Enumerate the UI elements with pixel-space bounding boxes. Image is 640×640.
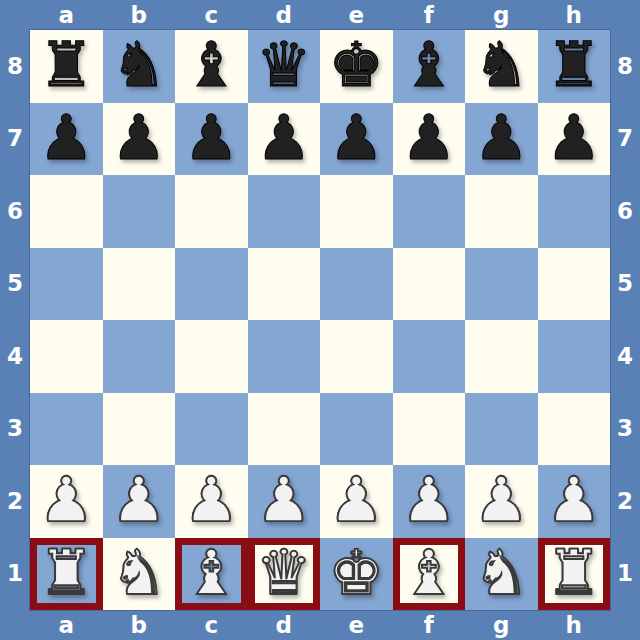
file-label-b: b [103, 610, 176, 640]
square-f6[interactable] [393, 175, 466, 248]
square-c8[interactable]: ♝ [175, 30, 248, 103]
white-knight[interactable]: ♞ [111, 542, 167, 604]
square-d4[interactable] [248, 320, 321, 393]
square-e8[interactable]: ♚ [320, 30, 393, 103]
file-label-c: c [175, 0, 248, 30]
square-c7[interactable]: ♟ [175, 103, 248, 176]
white-pawn[interactable]: ♟ [328, 469, 384, 531]
square-h6[interactable] [538, 175, 611, 248]
file-labels-bottom: abcdefgh [30, 610, 610, 640]
black-pawn[interactable]: ♟ [546, 107, 602, 169]
rank-label-5: 5 [610, 248, 640, 321]
square-d1[interactable]: ♛ [248, 538, 321, 611]
square-a3[interactable] [30, 393, 103, 466]
square-b6[interactable] [103, 175, 176, 248]
square-g3[interactable] [465, 393, 538, 466]
rank-label-2: 2 [0, 465, 30, 538]
white-pawn[interactable]: ♟ [183, 469, 239, 531]
square-f1[interactable]: ♝ [393, 538, 466, 611]
rank-label-2: 2 [610, 465, 640, 538]
rank-label-3: 3 [0, 393, 30, 466]
chessboard-frame: abcdefgh 87654321 87654321 abcdefgh ♜♞♝♛… [0, 0, 640, 640]
black-knight[interactable]: ♞ [111, 34, 167, 96]
square-a2[interactable]: ♟ [30, 465, 103, 538]
black-pawn[interactable]: ♟ [38, 107, 94, 169]
square-h7[interactable]: ♟ [538, 103, 611, 176]
white-bishop[interactable]: ♝ [401, 542, 457, 604]
square-b2[interactable]: ♟ [103, 465, 176, 538]
square-g6[interactable] [465, 175, 538, 248]
square-b4[interactable] [103, 320, 176, 393]
rank-labels-left: 87654321 [0, 30, 30, 610]
square-b1[interactable]: ♞ [103, 538, 176, 611]
rank-label-8: 8 [610, 30, 640, 103]
square-h5[interactable] [538, 248, 611, 321]
square-d8[interactable]: ♛ [248, 30, 321, 103]
rank-label-7: 7 [610, 103, 640, 176]
file-label-a: a [30, 610, 103, 640]
square-h4[interactable] [538, 320, 611, 393]
black-pawn[interactable]: ♟ [183, 107, 239, 169]
white-knight[interactable]: ♞ [473, 542, 529, 604]
square-h3[interactable] [538, 393, 611, 466]
square-g2[interactable]: ♟ [465, 465, 538, 538]
square-b8[interactable]: ♞ [103, 30, 176, 103]
file-label-d: d [248, 0, 321, 30]
square-e4[interactable] [320, 320, 393, 393]
square-a4[interactable] [30, 320, 103, 393]
square-f8[interactable]: ♝ [393, 30, 466, 103]
square-g1[interactable]: ♞ [465, 538, 538, 611]
rank-label-8: 8 [0, 30, 30, 103]
file-label-a: a [30, 0, 103, 30]
black-bishop[interactable]: ♝ [401, 34, 457, 96]
square-c3[interactable] [175, 393, 248, 466]
white-pawn[interactable]: ♟ [38, 469, 94, 531]
square-f5[interactable] [393, 248, 466, 321]
square-f7[interactable]: ♟ [393, 103, 466, 176]
file-label-h: h [538, 0, 611, 30]
white-pawn[interactable]: ♟ [256, 469, 312, 531]
black-king[interactable]: ♚ [328, 34, 384, 96]
black-queen[interactable]: ♛ [256, 34, 312, 96]
square-e1[interactable]: ♚ [320, 538, 393, 611]
square-c1[interactable]: ♝ [175, 538, 248, 611]
square-f3[interactable] [393, 393, 466, 466]
file-label-d: d [248, 610, 321, 640]
square-a8[interactable]: ♜ [30, 30, 103, 103]
rank-label-1: 1 [610, 538, 640, 611]
rank-label-1: 1 [0, 538, 30, 611]
black-knight[interactable]: ♞ [473, 34, 529, 96]
white-bishop[interactable]: ♝ [183, 542, 239, 604]
black-pawn[interactable]: ♟ [401, 107, 457, 169]
black-rook[interactable]: ♜ [38, 34, 94, 96]
square-g4[interactable] [465, 320, 538, 393]
rank-label-5: 5 [0, 248, 30, 321]
rank-label-7: 7 [0, 103, 30, 176]
square-a7[interactable]: ♟ [30, 103, 103, 176]
square-c2[interactable]: ♟ [175, 465, 248, 538]
square-e5[interactable] [320, 248, 393, 321]
rank-label-6: 6 [610, 175, 640, 248]
square-a1[interactable]: ♜ [30, 538, 103, 611]
square-d6[interactable] [248, 175, 321, 248]
file-label-f: f [393, 610, 466, 640]
square-c5[interactable] [175, 248, 248, 321]
file-label-g: g [465, 610, 538, 640]
square-b5[interactable] [103, 248, 176, 321]
rank-label-4: 4 [0, 320, 30, 393]
square-h1[interactable]: ♜ [538, 538, 611, 611]
file-label-b: b [103, 0, 176, 30]
rank-label-6: 6 [0, 175, 30, 248]
square-b3[interactable] [103, 393, 176, 466]
file-label-e: e [320, 0, 393, 30]
square-g7[interactable]: ♟ [465, 103, 538, 176]
white-pawn[interactable]: ♟ [546, 469, 602, 531]
white-pawn[interactable]: ♟ [401, 469, 457, 531]
white-queen[interactable]: ♛ [256, 542, 312, 604]
square-e7[interactable]: ♟ [320, 103, 393, 176]
file-label-c: c [175, 610, 248, 640]
white-rook[interactable]: ♜ [38, 542, 94, 604]
black-pawn[interactable]: ♟ [111, 107, 167, 169]
file-label-f: f [393, 0, 466, 30]
rank-label-4: 4 [610, 320, 640, 393]
square-c4[interactable] [175, 320, 248, 393]
square-g5[interactable] [465, 248, 538, 321]
black-pawn[interactable]: ♟ [256, 107, 312, 169]
square-e6[interactable] [320, 175, 393, 248]
square-a5[interactable] [30, 248, 103, 321]
square-h2[interactable]: ♟ [538, 465, 611, 538]
square-f2[interactable]: ♟ [393, 465, 466, 538]
square-d3[interactable] [248, 393, 321, 466]
file-labels-top: abcdefgh [30, 0, 610, 30]
white-pawn[interactable]: ♟ [473, 469, 529, 531]
square-b7[interactable]: ♟ [103, 103, 176, 176]
black-pawn[interactable]: ♟ [328, 107, 384, 169]
rank-labels-right: 87654321 [610, 30, 640, 610]
square-e3[interactable] [320, 393, 393, 466]
square-d2[interactable]: ♟ [248, 465, 321, 538]
square-e2[interactable]: ♟ [320, 465, 393, 538]
black-bishop[interactable]: ♝ [183, 34, 239, 96]
square-g8[interactable]: ♞ [465, 30, 538, 103]
white-rook[interactable]: ♜ [546, 542, 602, 604]
square-h8[interactable]: ♜ [538, 30, 611, 103]
file-label-h: h [538, 610, 611, 640]
square-d7[interactable]: ♟ [248, 103, 321, 176]
black-rook[interactable]: ♜ [546, 34, 602, 96]
file-label-g: g [465, 0, 538, 30]
white-pawn[interactable]: ♟ [111, 469, 167, 531]
chess-board: ♜♞♝♛♚♝♞♜♟♟♟♟♟♟♟♟♟♟♟♟♟♟♟♟♜♞♝♛♚♝♞♜ [30, 30, 610, 610]
file-label-e: e [320, 610, 393, 640]
square-c6[interactable] [175, 175, 248, 248]
white-king[interactable]: ♚ [328, 542, 384, 604]
square-f4[interactable] [393, 320, 466, 393]
square-a6[interactable] [30, 175, 103, 248]
rank-label-3: 3 [610, 393, 640, 466]
black-pawn[interactable]: ♟ [473, 107, 529, 169]
square-d5[interactable] [248, 248, 321, 321]
